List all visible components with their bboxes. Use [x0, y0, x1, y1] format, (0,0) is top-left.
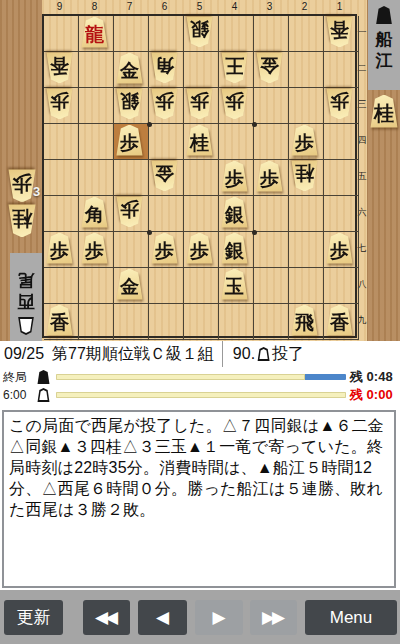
- board-cell: [79, 124, 114, 160]
- board-cell: [114, 88, 149, 124]
- board-cell: [254, 196, 289, 232]
- board-cell: [219, 196, 254, 232]
- board-cell: [324, 268, 359, 304]
- sente-clock-row: 終局 残 0:48: [0, 368, 400, 386]
- piece-face: 桂: [7, 205, 37, 238]
- board-cell: [254, 88, 289, 124]
- rewind-button[interactable]: ◀◀: [83, 600, 130, 635]
- board-cell: [149, 232, 184, 268]
- board-cell: [254, 268, 289, 304]
- board-cell: [184, 124, 219, 160]
- board-cell: [114, 52, 149, 88]
- gote-hand-piece: 桂: [6, 204, 38, 238]
- board-cell: [184, 88, 219, 124]
- commentary-text[interactable]: この局面で西尾が投了した。△７四同銀は▲６二金△同銀▲３四桂△３三玉▲１一竜で寄…: [2, 410, 396, 588]
- board-cell: [79, 88, 114, 124]
- board-cell: [254, 124, 289, 160]
- board-cell: [44, 52, 79, 88]
- event-title: 09/25第77期順位戦Ｃ級１組: [0, 344, 214, 365]
- board-cell: [219, 304, 254, 340]
- board-cell: [219, 16, 254, 52]
- board-area: 987654321 一二三四五六七八九 龍銀香香金角王金歩銀歩歩歩歩歩桂歩金歩歩…: [0, 0, 400, 341]
- board-cell: [149, 88, 184, 124]
- gote-piece-icon: [18, 317, 35, 335]
- move-status: 90. 投了: [222, 341, 304, 367]
- board-cell: [254, 16, 289, 52]
- board-cell: [289, 52, 324, 88]
- gote-name-plate: 西尾: [10, 253, 42, 341]
- board-cell: [219, 52, 254, 88]
- sente-time-bar: [56, 374, 346, 380]
- board-cell: [149, 196, 184, 232]
- board-cell: [289, 268, 324, 304]
- board-cell: [184, 16, 219, 52]
- board-cell: [289, 16, 324, 52]
- menu-button[interactable]: Menu: [305, 600, 397, 635]
- file-label: 6: [147, 0, 182, 14]
- board-cell: [219, 268, 254, 304]
- board-cell: [44, 232, 79, 268]
- board-cell: [324, 196, 359, 232]
- board-cell: [324, 304, 359, 340]
- board-cell: [79, 52, 114, 88]
- file-label: 7: [112, 0, 147, 14]
- file-labels: 987654321: [42, 0, 357, 14]
- board-cell: [289, 88, 324, 124]
- fast-forward-icon: ▶▶: [262, 609, 285, 626]
- board-cell: [79, 196, 114, 232]
- board-cell: [114, 16, 149, 52]
- hoshi-dot: [252, 122, 257, 127]
- gote-used-bar: [56, 392, 346, 398]
- board-cell: [324, 124, 359, 160]
- hoshi-dot: [147, 230, 152, 235]
- board-cell: [79, 304, 114, 340]
- gote-clock-row: 6:00 残 0:00: [0, 386, 400, 404]
- previous-move-button[interactable]: ◀: [138, 600, 187, 635]
- board-cell: [324, 232, 359, 268]
- board-cell: [149, 268, 184, 304]
- game-info-bar: 09/25第77期順位戦Ｃ級１組 90. 投了: [0, 341, 400, 367]
- fast-forward-button[interactable]: ▶▶: [250, 600, 297, 635]
- board-cell: [219, 232, 254, 268]
- file-label: 8: [77, 0, 112, 14]
- board-cell: [44, 304, 79, 340]
- hoshi-dot: [147, 122, 152, 127]
- board-cell: [44, 16, 79, 52]
- board-cell: [44, 268, 79, 304]
- gote-time-bar: [56, 392, 346, 398]
- board-cell: [254, 304, 289, 340]
- piece-face: 桂: [369, 95, 399, 128]
- board-cell: [114, 268, 149, 304]
- board-cell: [219, 124, 254, 160]
- sente-name-plate: 船江: [368, 0, 400, 90]
- board-cell: [149, 16, 184, 52]
- board-cell: [289, 124, 324, 160]
- board-cell: [114, 124, 149, 160]
- file-label: 5: [182, 0, 217, 14]
- sente-piece-icon: [376, 6, 393, 24]
- gote-remaining-time: 残 0:00: [350, 386, 400, 404]
- board-cell: [44, 124, 79, 160]
- board-cell: [254, 52, 289, 88]
- next-icon: ▶: [212, 609, 225, 626]
- board-cell: [44, 196, 79, 232]
- board-cell: [324, 52, 359, 88]
- gote-clock-icon: [37, 388, 50, 402]
- gote-clock-label: 6:00: [0, 388, 35, 402]
- file-label: 1: [322, 0, 357, 14]
- sente-remaining-time: 残 0:48: [350, 368, 400, 386]
- update-button[interactable]: 更新: [4, 600, 63, 635]
- sente-hand-tray: 桂: [368, 94, 400, 129]
- board-cell: [149, 160, 184, 196]
- board-cell: [219, 88, 254, 124]
- file-label: 4: [217, 0, 252, 14]
- move-number: 90.: [233, 345, 255, 363]
- board-cell: [219, 160, 254, 196]
- board-cell: [184, 196, 219, 232]
- gote-pawn-count: 3: [33, 184, 40, 199]
- board-cell: [254, 160, 289, 196]
- board-cell: [289, 196, 324, 232]
- file-label: 9: [42, 0, 77, 14]
- board-cell: [324, 16, 359, 52]
- sente-clock-icon: [37, 370, 50, 384]
- board-cell: [79, 232, 114, 268]
- board-cell: [254, 232, 289, 268]
- board-cell: [79, 16, 114, 52]
- previous-icon: ◀: [156, 609, 169, 626]
- board-cell: [44, 88, 79, 124]
- event-name: 第77期順位戦Ｃ級１組: [52, 345, 214, 362]
- move-result: 投了: [272, 344, 304, 365]
- board-cell: [114, 196, 149, 232]
- bottom-toolbar: 更新 ◀◀ ◀ ▶ ▶▶ Menu: [0, 590, 400, 644]
- board-cell: [324, 88, 359, 124]
- event-date: 09/25: [4, 345, 44, 362]
- board-grid: [42, 14, 357, 338]
- board-cell: [184, 232, 219, 268]
- sente-used-bar: [56, 374, 305, 380]
- board-cell: [184, 268, 219, 304]
- board-cell: [289, 160, 324, 196]
- board-cell: [114, 232, 149, 268]
- board-cell: [44, 160, 79, 196]
- sente-name: 船江: [375, 29, 394, 72]
- sente-remaining-bar: [305, 374, 346, 380]
- file-label: 3: [252, 0, 287, 14]
- gote-name: 西尾: [17, 270, 36, 313]
- board-cell: [114, 304, 149, 340]
- gote-move-icon: [257, 347, 270, 361]
- board-cell: [184, 52, 219, 88]
- clock-panel: 終局 残 0:48 6:00 残 0:00: [0, 367, 400, 407]
- board-cell: [289, 232, 324, 268]
- shogi-kifu-viewer: 987654321 一二三四五六七八九 龍銀香香金角王金歩銀歩歩歩歩歩桂歩金歩歩…: [0, 0, 400, 644]
- gote-hand-tray: 歩桂: [5, 169, 39, 239]
- sente-clock-label: 終局: [0, 369, 35, 386]
- board-cell: [114, 160, 149, 196]
- board-cell: [184, 304, 219, 340]
- board-cell: [289, 304, 324, 340]
- sente-hand-piece: 桂: [368, 94, 400, 128]
- board-cell: [149, 304, 184, 340]
- rewind-icon: ◀◀: [95, 609, 118, 626]
- next-move-button[interactable]: ▶: [195, 600, 243, 635]
- board-cell: [184, 160, 219, 196]
- board-cell: [79, 160, 114, 196]
- hoshi-dot: [252, 230, 257, 235]
- board-cell: [324, 160, 359, 196]
- file-label: 2: [287, 0, 322, 14]
- board-cell: [149, 124, 184, 160]
- board-cell: [149, 52, 184, 88]
- board-cell: [79, 268, 114, 304]
